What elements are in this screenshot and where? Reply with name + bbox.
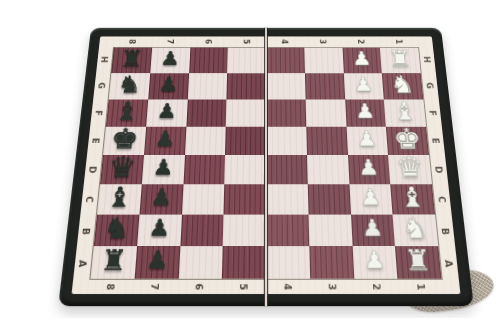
square-f4: [266, 99, 306, 126]
square-d8: ♛: [100, 155, 144, 184]
piece-white-king: ♚: [392, 125, 422, 153]
square-g3: [305, 73, 345, 99]
piece-black-pawn: ♟: [154, 129, 176, 150]
square-d2: ♟: [348, 155, 391, 184]
square-e3: [306, 127, 347, 155]
square-b4: [266, 215, 309, 246]
square-f7: ♟: [146, 99, 187, 126]
square-f3: [305, 99, 346, 126]
square-d6: [183, 155, 225, 184]
square-c4: [266, 184, 308, 214]
piece-black-rook: ♜: [119, 48, 144, 70]
square-h4: [266, 48, 305, 73]
piece-white-pawn: ♟: [359, 186, 382, 208]
piece-black-pawn: ♟: [150, 186, 173, 208]
piece-white-pawn: ♟: [353, 75, 374, 94]
square-b6: [180, 215, 224, 246]
square-c3: [307, 184, 350, 214]
square-f5: [226, 99, 266, 126]
piece-black-bishop: ♝: [105, 184, 133, 211]
square-d3: [307, 155, 349, 184]
piece-black-pawn: ♟: [152, 157, 174, 179]
piece-white-rook: ♜: [388, 48, 413, 70]
square-h6: [189, 48, 228, 73]
file-label-right-A: A: [432, 255, 467, 271]
square-d7: ♟: [142, 155, 185, 184]
file-label-right-F: F: [417, 106, 449, 119]
file-label-right-B: B: [428, 223, 462, 238]
square-f6: [186, 99, 227, 126]
square-c8: ♝: [97, 184, 142, 214]
square-b5: [223, 215, 266, 246]
piece-white-bishop: ♝: [392, 99, 419, 124]
rank-label-bottom-2: 2: [369, 265, 386, 310]
piece-black-knight: ♞: [116, 73, 142, 97]
rank-label-bottom-5: 5: [236, 265, 251, 310]
piece-white-bishop: ♝: [398, 184, 426, 211]
rank-label-bottom-4: 4: [281, 265, 296, 310]
piece-white-pawn: ♟: [356, 129, 378, 150]
product-photo-scene: 87654321 HGFEDCBA ♜♟♟♜♞♟♟♞♝♟♟♝♚♟♟♚♛♟♟♛♝♟…: [0, 0, 500, 318]
rank-label-bottom-6: 6: [191, 265, 207, 310]
piece-black-bishop: ♝: [114, 99, 141, 124]
piece-black-pawn: ♟: [148, 217, 171, 240]
square-c6: [181, 184, 224, 214]
piece-white-knight: ♞: [401, 214, 430, 242]
piece-black-king: ♚: [110, 125, 140, 153]
square-g4: [266, 73, 305, 99]
square-h5: [227, 48, 266, 73]
piece-black-knight: ♞: [102, 214, 131, 242]
piece-black-pawn: ♟: [158, 75, 179, 94]
square-d5: [225, 155, 266, 184]
piece-white-queen: ♛: [395, 153, 426, 182]
fold-seam: [264, 28, 268, 306]
square-h7: ♟: [150, 48, 190, 73]
piece-white-pawn: ♟: [358, 157, 380, 179]
square-c7: ♟: [139, 184, 183, 214]
square-c5: [224, 184, 266, 214]
file-label-right-H: H: [412, 53, 443, 65]
rank-label-bottom-3: 3: [325, 265, 341, 310]
square-e5: [225, 127, 266, 155]
square-h2: ♟: [342, 48, 382, 73]
square-c2: ♟: [349, 184, 393, 214]
piece-white-pawn: ♟: [355, 101, 376, 121]
rank-label-bottom-7: 7: [147, 265, 164, 310]
square-g2: ♟: [343, 73, 384, 99]
piece-white-knight: ♞: [389, 73, 415, 97]
square-e2: ♟: [346, 127, 388, 155]
piece-black-pawn: ♟: [160, 49, 181, 68]
piece-white-pawn: ♟: [361, 217, 384, 240]
square-b7: ♟: [137, 215, 182, 246]
square-f2: ♟: [345, 99, 386, 126]
square-g5: [227, 73, 266, 99]
chess-board: 87654321 HGFEDCBA ♜♟♟♜♞♟♟♞♝♟♟♝♚♟♟♚♛♟♟♛♝♟…: [58, 28, 474, 306]
square-e7: ♟: [144, 127, 186, 155]
file-label-right-G: G: [415, 79, 446, 92]
file-label-right-D: D: [423, 163, 456, 177]
square-e6: [185, 127, 226, 155]
rank-label-bottom-8: 8: [102, 265, 120, 310]
square-d4: [266, 155, 307, 184]
square-b8: ♞: [94, 215, 139, 246]
piece-black-pawn: ♟: [156, 101, 177, 121]
square-b3: [308, 215, 352, 246]
square-g7: ♟: [148, 73, 189, 99]
square-b2: ♟: [351, 215, 396, 246]
file-label-right-C: C: [425, 192, 459, 207]
file-label-right-E: E: [420, 134, 452, 148]
square-g6: [187, 73, 227, 99]
piece-black-queen: ♛: [107, 153, 138, 182]
square-e4: [266, 127, 307, 155]
piece-white-pawn: ♟: [352, 49, 373, 68]
square-h3: [304, 48, 343, 73]
